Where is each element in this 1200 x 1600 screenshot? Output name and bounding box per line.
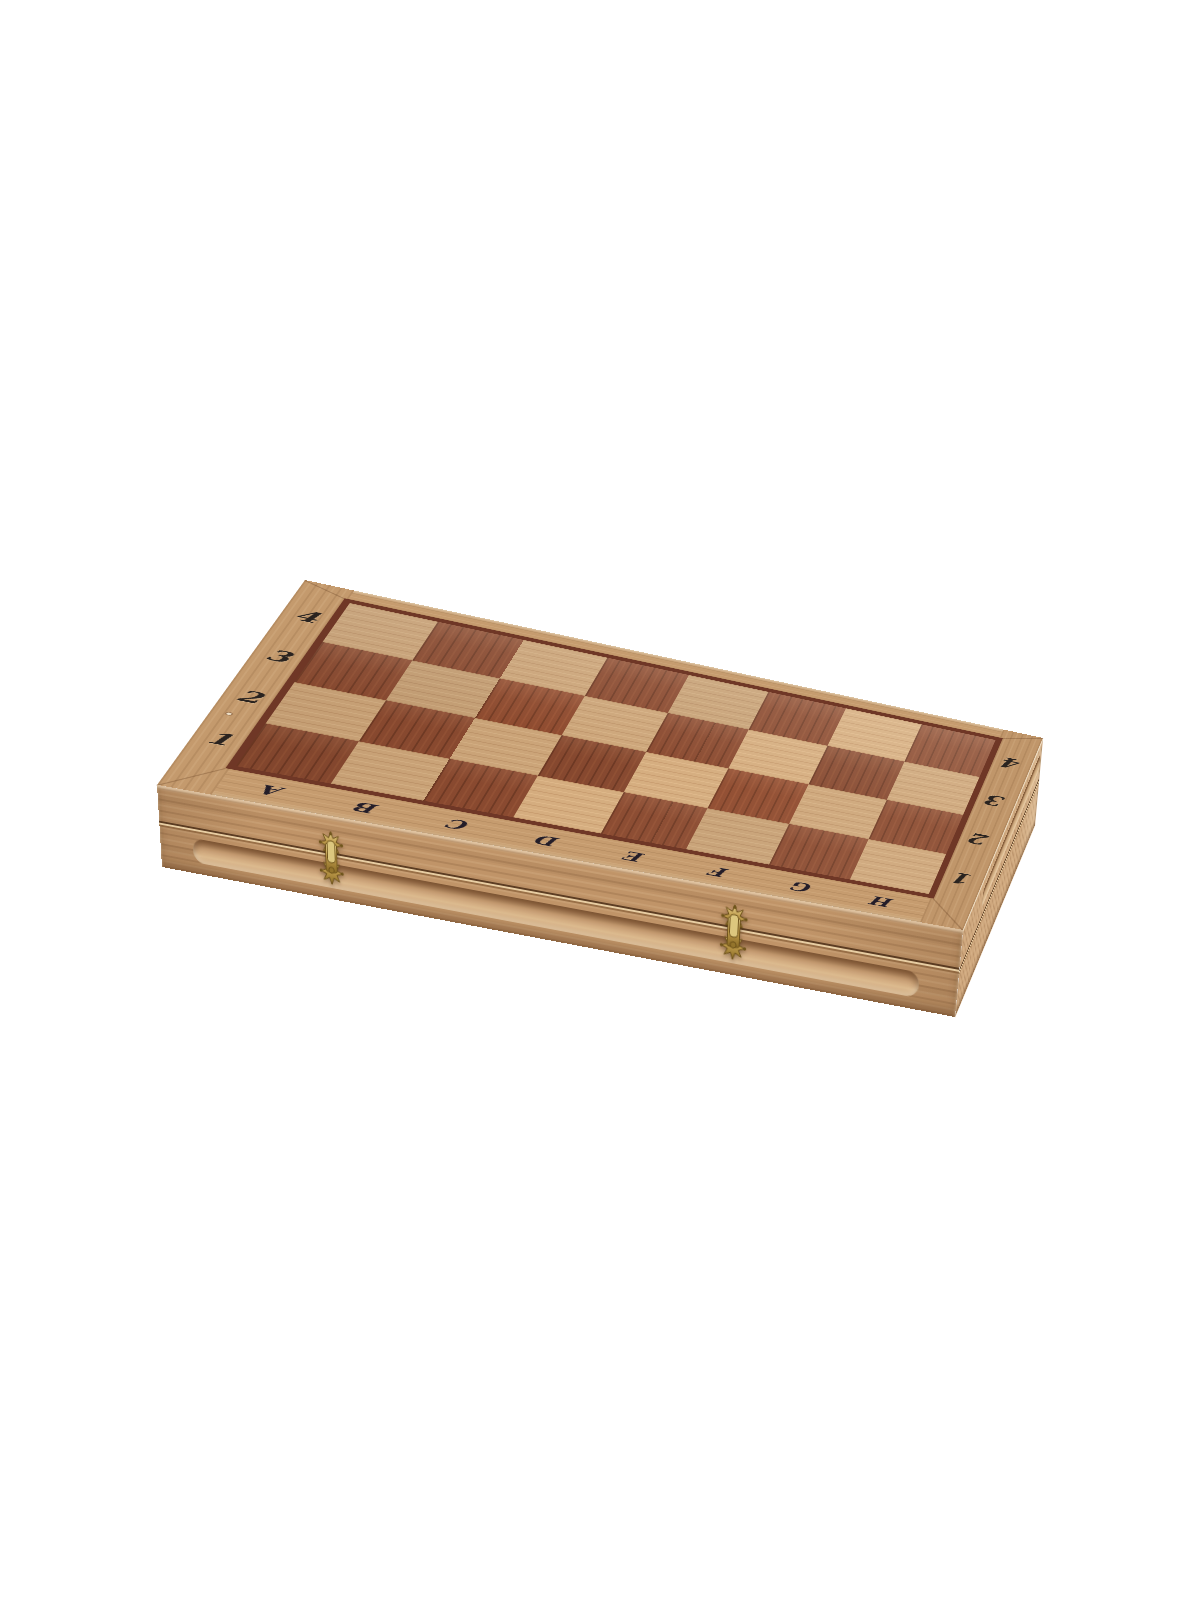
file-label-a: A: [258, 782, 288, 800]
file-label-g: G: [790, 879, 815, 896]
file-label-e: E: [623, 849, 648, 866]
brass-latch-left: [311, 824, 352, 892]
file-label-d: D: [534, 832, 563, 849]
product-photo-chess-box: 43214321ABCDEFGH: [0, 0, 1200, 1600]
brass-latch-right: [711, 897, 757, 967]
file-label-b: B: [352, 799, 382, 817]
file-label-f: F: [708, 864, 731, 880]
file-label-h: H: [870, 894, 896, 911]
file-label-c: C: [445, 816, 473, 833]
